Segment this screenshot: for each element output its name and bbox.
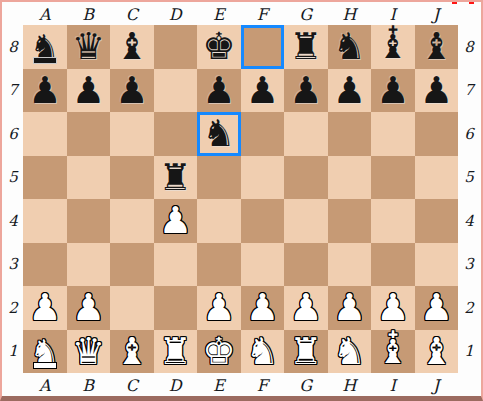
square-j2[interactable]: ♟ [415, 286, 459, 330]
square-f1[interactable]: ♞ [241, 330, 285, 374]
rank-label-4: 4 [459, 199, 479, 243]
rank-label-4: 4 [3, 199, 23, 243]
square-g4[interactable] [284, 199, 328, 243]
file-labels-bottom: ABCDEFGHIJ [23, 374, 458, 396]
black-chancellor-glyph: ♞ [30, 30, 60, 63]
square-d5[interactable]: ♜ [154, 156, 198, 200]
square-c6[interactable] [110, 112, 154, 156]
black-knight-glyph: ♞ [333, 28, 366, 65]
square-j7[interactable]: ♟ [415, 69, 459, 113]
square-b4[interactable] [67, 199, 111, 243]
square-b5[interactable] [67, 156, 111, 200]
square-i7[interactable]: ♟ [371, 69, 415, 113]
white-king[interactable]: ♚ [202, 333, 235, 370]
black-archbishop-glyph: ♝ [378, 30, 408, 63]
white-rook-glyph: ♜ [289, 333, 322, 370]
red-tick-icon [452, 0, 457, 4]
square-a5[interactable] [23, 156, 67, 200]
white-knight-glyph: ♞ [246, 333, 279, 370]
white-pawn-glyph: ♟ [420, 289, 453, 326]
square-e6[interactable]: ♞ [197, 112, 241, 156]
file-label-i: I [371, 374, 415, 396]
white-pawn-glyph: ♟ [376, 289, 409, 326]
square-a1[interactable]: ♞ [23, 330, 67, 374]
black-pawn[interactable]: ♟ [115, 72, 148, 109]
white-pawn[interactable]: ♟ [333, 289, 366, 326]
black-knight-glyph: ♞ [202, 115, 235, 152]
black-king-glyph: ♚ [202, 28, 235, 65]
square-d7[interactable] [154, 69, 198, 113]
square-b7[interactable]: ♟ [67, 69, 111, 113]
black-archbishop[interactable]: ♝ [378, 30, 408, 63]
file-label-e: E [197, 3, 241, 25]
black-pawn[interactable]: ♟ [333, 72, 366, 109]
square-b8[interactable]: ♛ [67, 25, 111, 69]
square-d8[interactable] [154, 25, 198, 69]
black-pawn[interactable]: ♟ [420, 72, 453, 109]
square-j6[interactable] [415, 112, 459, 156]
square-h1[interactable]: ♞ [328, 330, 372, 374]
white-rook-glyph: ♜ [159, 333, 192, 370]
black-bishop-glyph: ♝ [115, 28, 148, 65]
square-a2[interactable]: ♟ [23, 286, 67, 330]
rank-label-7: 7 [3, 69, 23, 113]
board: ♞♛♝♚♜♞♝♝♟♟♟♟♟♟♟♟♟♞♜♟♟♟♟♟♟♟♟♟♞♛♝♜♚♞♜♞♝♝ [23, 25, 458, 373]
white-knight[interactable]: ♞ [333, 333, 366, 370]
square-g5[interactable] [284, 156, 328, 200]
square-h6[interactable] [328, 112, 372, 156]
square-f8[interactable] [241, 25, 285, 69]
white-chancellor[interactable]: ♞ [30, 335, 60, 368]
white-pawn-glyph: ♟ [202, 289, 235, 326]
white-queen-glyph: ♛ [72, 333, 105, 370]
black-knight[interactable]: ♞ [333, 28, 366, 65]
square-b2[interactable]: ♟ [67, 286, 111, 330]
black-pawn-glyph: ♟ [420, 72, 453, 109]
square-g8[interactable]: ♜ [284, 25, 328, 69]
square-j1[interactable]: ♝ [415, 330, 459, 374]
rank-label-3: 3 [3, 243, 23, 287]
rank-label-1: 1 [459, 330, 479, 374]
square-g2[interactable]: ♟ [284, 286, 328, 330]
white-pawn-glyph: ♟ [333, 289, 366, 326]
rank-labels-left: 87654321 [3, 25, 23, 373]
white-pawn-glyph: ♟ [72, 289, 105, 326]
square-e5[interactable] [197, 156, 241, 200]
chess-variant-window: ABCDEFGHIJ 87654321 87654321 ♞♛♝♚♜♞♝♝♟♟♟… [0, 0, 483, 401]
white-pawn[interactable]: ♟ [159, 202, 192, 239]
white-pawn[interactable]: ♟ [246, 289, 279, 326]
black-pawn-glyph: ♟ [376, 72, 409, 109]
white-archbishop-glyph: ♝ [378, 335, 408, 368]
square-c1[interactable]: ♝ [110, 330, 154, 374]
white-bishop[interactable]: ♝ [420, 333, 453, 370]
white-pawn[interactable]: ♟ [202, 289, 235, 326]
black-pawn-glyph: ♟ [28, 72, 61, 109]
square-f7[interactable]: ♟ [241, 69, 285, 113]
square-i8[interactable]: ♝ [371, 25, 415, 69]
file-label-f: F [241, 374, 285, 396]
black-rook-glyph: ♜ [159, 159, 192, 196]
file-label-c: C [110, 3, 154, 25]
square-a3[interactable] [23, 243, 67, 287]
square-b1[interactable]: ♛ [67, 330, 111, 374]
black-rook[interactable]: ♜ [289, 28, 322, 65]
rank-label-3: 3 [459, 243, 479, 287]
square-b3[interactable] [67, 243, 111, 287]
file-label-h: H [328, 374, 372, 396]
square-j8[interactable]: ♝ [415, 25, 459, 69]
square-b6[interactable] [67, 112, 111, 156]
rank-label-2: 2 [3, 286, 23, 330]
white-pawn[interactable]: ♟ [72, 289, 105, 326]
black-pawn[interactable]: ♟ [72, 72, 105, 109]
square-g1[interactable]: ♜ [284, 330, 328, 374]
square-f6[interactable] [241, 112, 285, 156]
square-d2[interactable] [154, 286, 198, 330]
square-h4[interactable] [328, 199, 372, 243]
square-g7[interactable]: ♟ [284, 69, 328, 113]
black-queen[interactable]: ♛ [72, 28, 105, 65]
file-label-h: H [328, 3, 372, 25]
white-knight[interactable]: ♞ [246, 333, 279, 370]
white-rook[interactable]: ♜ [159, 333, 192, 370]
black-pawn[interactable]: ♟ [246, 72, 279, 109]
square-a4[interactable] [23, 199, 67, 243]
black-pawn[interactable]: ♟ [202, 72, 235, 109]
file-label-g: G [284, 3, 328, 25]
black-pawn-glyph: ♟ [202, 72, 235, 109]
square-e3[interactable] [197, 243, 241, 287]
white-pawn[interactable]: ♟ [289, 289, 322, 326]
black-rook-glyph: ♜ [289, 28, 322, 65]
white-pawn-glyph: ♟ [289, 289, 322, 326]
square-d1[interactable]: ♜ [154, 330, 198, 374]
file-label-e: E [197, 374, 241, 396]
white-knight-glyph: ♞ [333, 333, 366, 370]
square-c2[interactable] [110, 286, 154, 330]
black-knight[interactable]: ♞ [202, 115, 235, 152]
square-d6[interactable] [154, 112, 198, 156]
black-rook[interactable]: ♜ [159, 159, 192, 196]
square-i1[interactable]: ♝ [371, 330, 415, 374]
white-pawn[interactable]: ♟ [376, 289, 409, 326]
white-king-glyph: ♚ [202, 333, 235, 370]
black-pawn-glyph: ♟ [115, 72, 148, 109]
square-c8[interactable]: ♝ [110, 25, 154, 69]
square-d4[interactable]: ♟ [154, 199, 198, 243]
black-pawn-glyph: ♟ [333, 72, 366, 109]
square-g6[interactable] [284, 112, 328, 156]
square-e1[interactable]: ♚ [197, 330, 241, 374]
black-bishop[interactable]: ♝ [115, 28, 148, 65]
white-archbishop[interactable]: ♝ [378, 335, 408, 368]
file-label-i: I [371, 3, 415, 25]
square-h7[interactable]: ♟ [328, 69, 372, 113]
white-pawn[interactable]: ♟ [420, 289, 453, 326]
square-c7[interactable]: ♟ [110, 69, 154, 113]
square-e4[interactable] [197, 199, 241, 243]
square-d3[interactable] [154, 243, 198, 287]
black-pawn[interactable]: ♟ [28, 72, 61, 109]
square-i5[interactable] [371, 156, 415, 200]
white-bishop[interactable]: ♝ [115, 333, 148, 370]
square-e8[interactable]: ♚ [197, 25, 241, 69]
file-label-f: F [241, 3, 285, 25]
black-queen-glyph: ♛ [72, 28, 105, 65]
file-label-b: B [67, 374, 111, 396]
square-c3[interactable] [110, 243, 154, 287]
file-label-a: A [23, 3, 67, 25]
square-i3[interactable] [371, 243, 415, 287]
square-j4[interactable] [415, 199, 459, 243]
rank-label-6: 6 [3, 112, 23, 156]
white-pawn[interactable]: ♟ [28, 289, 61, 326]
square-e2[interactable]: ♟ [197, 286, 241, 330]
rank-label-7: 7 [459, 69, 479, 113]
white-bishop-glyph: ♝ [115, 333, 148, 370]
square-f4[interactable] [241, 199, 285, 243]
black-pawn-glyph: ♟ [246, 72, 279, 109]
square-c4[interactable] [110, 199, 154, 243]
square-h5[interactable] [328, 156, 372, 200]
square-a6[interactable] [23, 112, 67, 156]
square-e7[interactable]: ♟ [197, 69, 241, 113]
square-g3[interactable] [284, 243, 328, 287]
file-label-j: J [415, 374, 459, 396]
black-bishop[interactable]: ♝ [420, 28, 453, 65]
square-f3[interactable] [241, 243, 285, 287]
white-rook[interactable]: ♜ [289, 333, 322, 370]
rank-label-6: 6 [459, 112, 479, 156]
file-label-a: A [23, 374, 67, 396]
file-label-g: G [284, 374, 328, 396]
square-a8[interactable]: ♞ [23, 25, 67, 69]
rank-label-2: 2 [459, 286, 479, 330]
black-pawn-glyph: ♟ [72, 72, 105, 109]
white-pawn-glyph: ♟ [159, 202, 192, 239]
square-h3[interactable] [328, 243, 372, 287]
file-label-d: D [154, 374, 198, 396]
white-pawn-glyph: ♟ [246, 289, 279, 326]
file-label-c: C [110, 374, 154, 396]
square-j5[interactable] [415, 156, 459, 200]
file-label-j: J [415, 3, 459, 25]
white-bishop-glyph: ♝ [420, 333, 453, 370]
black-king[interactable]: ♚ [202, 28, 235, 65]
file-label-d: D [154, 3, 198, 25]
black-chancellor[interactable]: ♞ [30, 30, 60, 63]
square-j3[interactable] [415, 243, 459, 287]
white-pawn-glyph: ♟ [28, 289, 61, 326]
file-labels-top: ABCDEFGHIJ [23, 3, 458, 25]
file-label-b: B [67, 3, 111, 25]
rank-label-5: 5 [3, 156, 23, 200]
rank-labels-right: 87654321 [459, 25, 479, 373]
white-queen[interactable]: ♛ [72, 333, 105, 370]
square-i4[interactable] [371, 199, 415, 243]
square-a7[interactable]: ♟ [23, 69, 67, 113]
square-f5[interactable] [241, 156, 285, 200]
black-bishop-glyph: ♝ [420, 28, 453, 65]
black-pawn[interactable]: ♟ [376, 72, 409, 109]
square-c5[interactable] [110, 156, 154, 200]
square-i6[interactable] [371, 112, 415, 156]
rank-label-8: 8 [3, 25, 23, 69]
square-i2[interactable]: ♟ [371, 286, 415, 330]
square-h2[interactable]: ♟ [328, 286, 372, 330]
red-tick-icon [469, 0, 474, 4]
black-pawn-glyph: ♟ [289, 72, 322, 109]
rank-label-5: 5 [459, 156, 479, 200]
square-f2[interactable]: ♟ [241, 286, 285, 330]
white-chancellor-glyph: ♞ [30, 335, 60, 368]
rank-label-8: 8 [459, 25, 479, 69]
square-h8[interactable]: ♞ [328, 25, 372, 69]
rank-label-1: 1 [3, 330, 23, 374]
black-pawn[interactable]: ♟ [289, 72, 322, 109]
